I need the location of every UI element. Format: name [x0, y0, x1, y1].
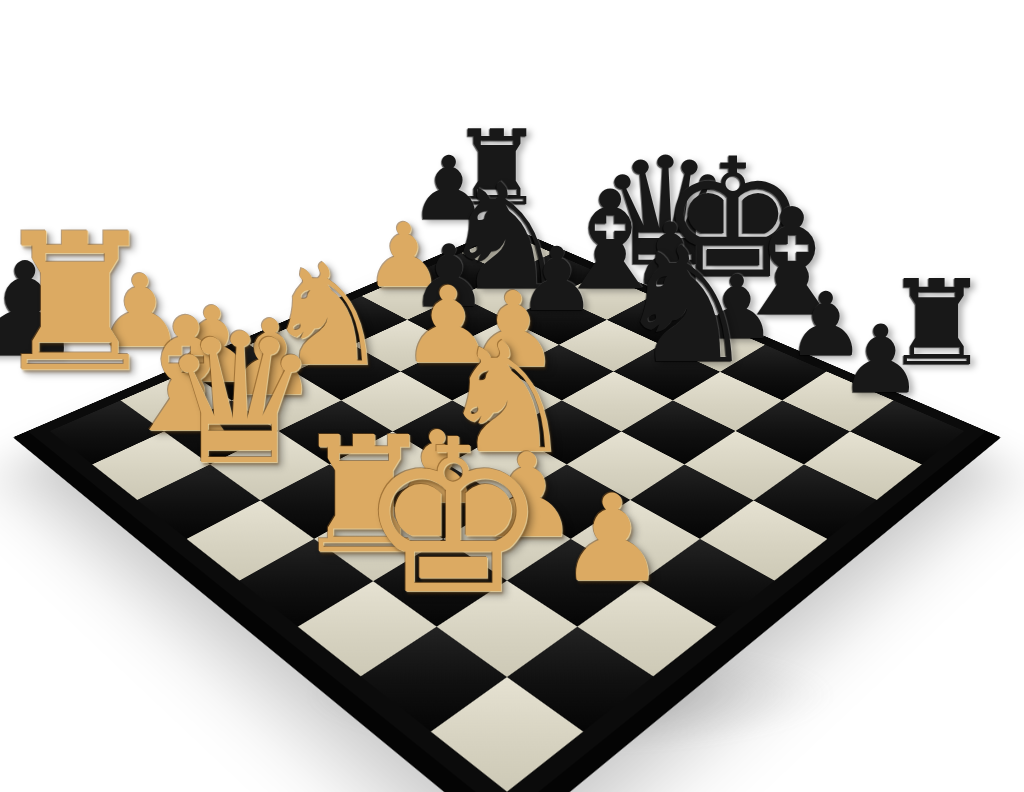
black-knight-f6[interactable]: ♞	[614, 226, 757, 386]
white-pawn-h3[interactable]: ♟	[558, 479, 666, 599]
photo-stage: ♜♟♟♝♛♟♞♟♟♟♞♜♟♚♟♟♜♟♛♚♝♝♟♞♟♟♞♟♟♟♜♟	[0, 0, 1024, 792]
black-pawn-h7[interactable]: ♟	[839, 313, 923, 407]
white-king-g1[interactable]: ♚	[358, 412, 548, 624]
